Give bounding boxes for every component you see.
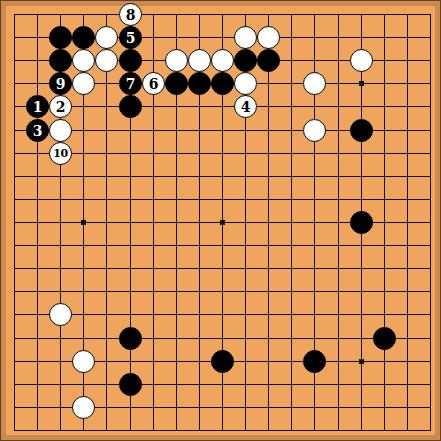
- stone-white[interactable]: [49, 303, 72, 326]
- stones-layer: 85976124310: [1, 1, 440, 440]
- move-number-label: 6: [149, 77, 159, 91]
- go-board[interactable]: 85976124310: [0, 0, 441, 441]
- stone-black[interactable]: [119, 49, 142, 72]
- stone-black[interactable]: [119, 373, 142, 396]
- stone-black-move-3[interactable]: 3: [26, 119, 49, 142]
- move-number-label: 5: [126, 31, 136, 45]
- stone-white[interactable]: [72, 350, 95, 373]
- stone-black-move-7[interactable]: 7: [119, 72, 142, 95]
- stone-white[interactable]: [350, 49, 373, 72]
- stone-black[interactable]: [211, 72, 234, 95]
- stone-white[interactable]: [72, 396, 95, 419]
- stone-black[interactable]: [72, 26, 95, 49]
- stone-white-move-8[interactable]: 8: [119, 3, 142, 26]
- stone-black-move-5[interactable]: 5: [119, 26, 142, 49]
- stone-white[interactable]: [95, 26, 118, 49]
- stone-white[interactable]: [234, 72, 257, 95]
- move-number-label: 10: [53, 148, 67, 159]
- stone-black[interactable]: [119, 327, 142, 350]
- stone-white[interactable]: [72, 49, 95, 72]
- stone-white[interactable]: [95, 49, 118, 72]
- stone-black[interactable]: [350, 211, 373, 234]
- stone-white[interactable]: [188, 49, 211, 72]
- stone-black[interactable]: [49, 26, 72, 49]
- stone-white[interactable]: [165, 49, 188, 72]
- stone-black[interactable]: [49, 49, 72, 72]
- stone-white-move-6[interactable]: 6: [142, 72, 165, 95]
- stone-white[interactable]: [211, 49, 234, 72]
- stone-white[interactable]: [49, 119, 72, 142]
- stone-black[interactable]: [165, 72, 188, 95]
- move-number-label: 3: [33, 124, 43, 138]
- stone-black[interactable]: [119, 95, 142, 118]
- stone-black-move-1[interactable]: 1: [26, 95, 49, 118]
- stone-black[interactable]: [303, 350, 326, 373]
- move-number-label: 7: [126, 77, 136, 91]
- stone-white[interactable]: [234, 26, 257, 49]
- move-number-label: 8: [126, 8, 136, 22]
- stone-white[interactable]: [72, 72, 95, 95]
- stone-black[interactable]: [373, 327, 396, 350]
- move-number-label: 1: [33, 100, 43, 114]
- stone-white-move-4[interactable]: 4: [234, 95, 257, 118]
- stone-black[interactable]: [350, 119, 373, 142]
- move-number-label: 4: [241, 100, 251, 114]
- stone-white[interactable]: [303, 119, 326, 142]
- stone-black[interactable]: [188, 72, 211, 95]
- stone-black[interactable]: [257, 49, 280, 72]
- stone-white[interactable]: [257, 26, 280, 49]
- move-number-label: 2: [56, 100, 66, 114]
- stone-white-move-10[interactable]: 10: [49, 142, 72, 165]
- stone-black[interactable]: [234, 49, 257, 72]
- stone-black-move-9[interactable]: 9: [49, 72, 72, 95]
- move-number-label: 9: [56, 77, 66, 91]
- stone-white-move-2[interactable]: 2: [49, 95, 72, 118]
- stone-white[interactable]: [303, 72, 326, 95]
- stone-black[interactable]: [211, 350, 234, 373]
